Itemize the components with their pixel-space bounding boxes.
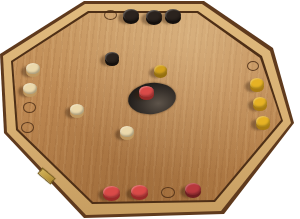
start-circle-2: [23, 102, 36, 113]
disc-top: [123, 9, 139, 21]
disc-top: [139, 86, 154, 97]
disc-black-3[interactable]: [165, 9, 181, 25]
disc-top: [154, 65, 167, 75]
disc-cream-3[interactable]: [70, 104, 84, 119]
disc-top: [131, 185, 148, 197]
disc-black-4[interactable]: [105, 52, 119, 67]
disc-top: [185, 183, 201, 195]
disc-cream-1[interactable]: [26, 63, 40, 78]
disc-top: [70, 104, 84, 115]
disc-red-4[interactable]: [185, 183, 201, 199]
disc-red-2[interactable]: [103, 186, 120, 202]
disc-top: [103, 186, 120, 198]
disc-black-1[interactable]: [123, 9, 139, 25]
disc-top: [26, 63, 40, 74]
start-circle-1: [104, 10, 117, 20]
disc-top: [165, 9, 181, 21]
disc-top: [250, 78, 264, 89]
disc-top: [256, 116, 270, 127]
disc-yellow-1[interactable]: [154, 65, 167, 79]
start-circle-3: [21, 122, 34, 133]
disc-cream-2[interactable]: [23, 83, 37, 98]
disc-yellow-3[interactable]: [253, 97, 267, 112]
disc-top: [120, 126, 134, 137]
start-circle-5: [161, 187, 175, 198]
disc-cream-4[interactable]: [120, 126, 134, 141]
disc-yellow-2[interactable]: [250, 78, 264, 93]
photo-background: [0, 0, 300, 219]
disc-red-1[interactable]: [139, 86, 154, 101]
disc-yellow-4[interactable]: [256, 116, 270, 131]
disc-top: [105, 52, 119, 63]
disc-red-3[interactable]: [131, 185, 148, 201]
disc-top: [253, 97, 267, 108]
disc-top: [23, 83, 37, 94]
start-circle-4: [247, 61, 259, 71]
